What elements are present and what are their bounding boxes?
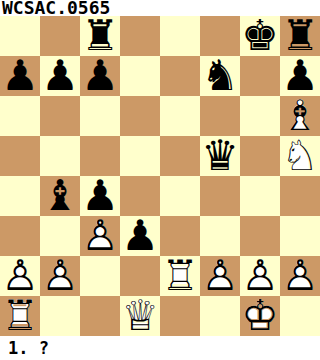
- piece-black-bishop[interactable]: ♝: [40, 176, 80, 216]
- square-a3[interactable]: [0, 216, 40, 256]
- square-c4[interactable]: ♟: [80, 176, 120, 216]
- square-g5[interactable]: [240, 136, 280, 176]
- square-h2[interactable]: ♟♙: [280, 256, 320, 296]
- piece-black-pawn[interactable]: ♟: [0, 56, 40, 96]
- square-h3[interactable]: [280, 216, 320, 256]
- piece-white-rook[interactable]: ♜♖: [0, 296, 40, 336]
- pawn-fill-glyph: ♟: [40, 56, 80, 96]
- square-c1[interactable]: [80, 296, 120, 336]
- square-f8[interactable]: [200, 16, 240, 56]
- square-c5[interactable]: [80, 136, 120, 176]
- queen-outline-glyph: ♕: [120, 296, 160, 336]
- square-a1[interactable]: ♜♖: [0, 296, 40, 336]
- square-a7[interactable]: ♟: [0, 56, 40, 96]
- pawn-fill-glyph: ♟: [0, 56, 40, 96]
- piece-black-rook[interactable]: ♜: [280, 16, 320, 56]
- square-b8[interactable]: [40, 16, 80, 56]
- piece-black-queen[interactable]: ♛: [200, 136, 240, 176]
- square-f5[interactable]: ♛: [200, 136, 240, 176]
- piece-white-pawn[interactable]: ♟♙: [200, 256, 240, 296]
- piece-white-pawn[interactable]: ♟♙: [280, 256, 320, 296]
- square-f6[interactable]: [200, 96, 240, 136]
- piece-white-pawn[interactable]: ♟♙: [0, 256, 40, 296]
- queen-fill-glyph: ♛: [200, 136, 240, 176]
- square-g4[interactable]: [240, 176, 280, 216]
- square-d3[interactable]: ♟: [120, 216, 160, 256]
- pawn-outline-glyph: ♙: [200, 256, 240, 296]
- square-c6[interactable]: [80, 96, 120, 136]
- rook-outline-glyph: ♖: [160, 256, 200, 296]
- king-outline-glyph: ♔: [240, 296, 280, 336]
- square-d6[interactable]: [120, 96, 160, 136]
- piece-white-rook[interactable]: ♜♖: [160, 256, 200, 296]
- piece-white-pawn[interactable]: ♟♙: [240, 256, 280, 296]
- bishop-fill-glyph: ♝: [40, 176, 80, 216]
- square-f3[interactable]: [200, 216, 240, 256]
- piece-black-pawn[interactable]: ♟: [80, 56, 120, 96]
- square-f7[interactable]: ♞: [200, 56, 240, 96]
- piece-white-queen[interactable]: ♛♕: [120, 296, 160, 336]
- square-h7[interactable]: ♟: [280, 56, 320, 96]
- piece-black-pawn[interactable]: ♟: [280, 56, 320, 96]
- square-a6[interactable]: [0, 96, 40, 136]
- square-h6[interactable]: ♝♗: [280, 96, 320, 136]
- square-d4[interactable]: [120, 176, 160, 216]
- square-h8[interactable]: ♜: [280, 16, 320, 56]
- square-h5[interactable]: ♞♘: [280, 136, 320, 176]
- square-d7[interactable]: [120, 56, 160, 96]
- piece-white-knight[interactable]: ♞♘: [280, 136, 320, 176]
- square-g7[interactable]: [240, 56, 280, 96]
- pawn-outline-glyph: ♙: [40, 256, 80, 296]
- square-b2[interactable]: ♟♙: [40, 256, 80, 296]
- square-e5[interactable]: [160, 136, 200, 176]
- square-h4[interactable]: [280, 176, 320, 216]
- square-e4[interactable]: [160, 176, 200, 216]
- pawn-outline-glyph: ♙: [240, 256, 280, 296]
- square-e2[interactable]: ♜♖: [160, 256, 200, 296]
- pawn-outline-glyph: ♙: [0, 256, 40, 296]
- square-e8[interactable]: [160, 16, 200, 56]
- square-b3[interactable]: [40, 216, 80, 256]
- piece-white-bishop[interactable]: ♝♗: [280, 96, 320, 136]
- square-g8[interactable]: ♚: [240, 16, 280, 56]
- chess-board: ♜♚♜♟♟♟♞♟♝♗♛♞♘♝♟♟♙♟♟♙♟♙♜♖♟♙♟♙♟♙♜♖♛♕♚♔: [0, 16, 320, 336]
- piece-black-pawn[interactable]: ♟: [80, 176, 120, 216]
- piece-white-king[interactable]: ♚♔: [240, 296, 280, 336]
- piece-black-rook[interactable]: ♜: [80, 16, 120, 56]
- square-b4[interactable]: ♝: [40, 176, 80, 216]
- piece-black-pawn[interactable]: ♟: [40, 56, 80, 96]
- rook-fill-glyph: ♜: [280, 16, 320, 56]
- square-e6[interactable]: [160, 96, 200, 136]
- square-f4[interactable]: [200, 176, 240, 216]
- square-b5[interactable]: [40, 136, 80, 176]
- square-c7[interactable]: ♟: [80, 56, 120, 96]
- square-c2[interactable]: [80, 256, 120, 296]
- square-a5[interactable]: [0, 136, 40, 176]
- square-f1[interactable]: [200, 296, 240, 336]
- pawn-outline-glyph: ♙: [280, 256, 320, 296]
- square-g3[interactable]: [240, 216, 280, 256]
- square-e3[interactable]: [160, 216, 200, 256]
- square-d8[interactable]: [120, 16, 160, 56]
- knight-outline-glyph: ♘: [280, 136, 320, 176]
- square-b1[interactable]: [40, 296, 80, 336]
- square-h1[interactable]: [280, 296, 320, 336]
- square-c8[interactable]: ♜: [80, 16, 120, 56]
- square-d2[interactable]: [120, 256, 160, 296]
- rook-fill-glyph: ♜: [80, 16, 120, 56]
- square-d1[interactable]: ♛♕: [120, 296, 160, 336]
- knight-fill-glyph: ♞: [200, 56, 240, 96]
- square-g2[interactable]: ♟♙: [240, 256, 280, 296]
- square-a8[interactable]: [0, 16, 40, 56]
- square-b7[interactable]: ♟: [40, 56, 80, 96]
- square-g1[interactable]: ♚♔: [240, 296, 280, 336]
- king-fill-glyph: ♚: [240, 16, 280, 56]
- piece-black-king[interactable]: ♚: [240, 16, 280, 56]
- pawn-outline-glyph: ♙: [80, 216, 120, 256]
- bishop-outline-glyph: ♗: [280, 96, 320, 136]
- square-c3[interactable]: ♟♙: [80, 216, 120, 256]
- square-a4[interactable]: [0, 176, 40, 216]
- square-b6[interactable]: [40, 96, 80, 136]
- square-f2[interactable]: ♟♙: [200, 256, 240, 296]
- square-e1[interactable]: [160, 296, 200, 336]
- piece-white-pawn[interactable]: ♟♙: [80, 216, 120, 256]
- pawn-fill-glyph: ♟: [80, 176, 120, 216]
- piece-white-pawn[interactable]: ♟♙: [40, 256, 80, 296]
- piece-black-pawn[interactable]: ♟: [120, 216, 160, 256]
- square-g6[interactable]: [240, 96, 280, 136]
- pawn-fill-glyph: ♟: [120, 216, 160, 256]
- pawn-fill-glyph: ♟: [280, 56, 320, 96]
- piece-black-knight[interactable]: ♞: [200, 56, 240, 96]
- pawn-fill-glyph: ♟: [80, 56, 120, 96]
- rook-outline-glyph: ♖: [0, 296, 40, 336]
- square-a2[interactable]: ♟♙: [0, 256, 40, 296]
- square-d5[interactable]: [120, 136, 160, 176]
- square-e7[interactable]: [160, 56, 200, 96]
